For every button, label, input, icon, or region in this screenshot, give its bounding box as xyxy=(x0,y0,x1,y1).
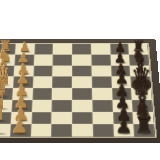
piece-glyph: ♞ xyxy=(0,49,12,64)
piece-shadow xyxy=(115,51,127,54)
piece-shadow xyxy=(134,51,146,54)
piece-shadow xyxy=(137,95,150,98)
piece-glyph: ♝ xyxy=(0,90,11,110)
white-pawn: ♟ xyxy=(13,77,33,88)
piece-glyph: ♟ xyxy=(13,106,29,122)
piece-glyph: ♟ xyxy=(115,118,132,135)
white-pawn: ♟ xyxy=(10,112,31,124)
white-pawn: ♟ xyxy=(14,54,34,65)
piece-glyph: ♝ xyxy=(133,90,153,110)
black-pawn: ♟ xyxy=(111,77,131,88)
white-knight: ♞ xyxy=(0,112,11,124)
piece-shadow xyxy=(136,84,149,87)
black-knight: ♞ xyxy=(133,112,154,124)
piece-shadow xyxy=(118,120,131,123)
piece-glyph: ♟ xyxy=(114,41,125,52)
piece-glyph: ♟ xyxy=(115,95,130,110)
black-pawn: ♟ xyxy=(111,65,131,76)
black-bishop: ♝ xyxy=(130,65,150,76)
piece-glyph: ♞ xyxy=(133,102,153,122)
piece-shadow xyxy=(135,61,148,64)
piece-shadow xyxy=(18,84,31,87)
piece-glyph: ♞ xyxy=(132,49,147,64)
black-pawn: ♟ xyxy=(112,112,133,124)
piece-glyph: ♛ xyxy=(0,66,13,87)
piece-shadow xyxy=(0,95,10,98)
white-rook: ♜ xyxy=(0,124,10,137)
white-bishop: ♝ xyxy=(0,100,12,112)
piece-glyph: ♟ xyxy=(14,95,29,110)
black-pawn: ♟ xyxy=(112,100,133,112)
black-knight: ♞ xyxy=(129,54,149,65)
piece-shadow xyxy=(138,107,151,110)
piece-glyph: ♚ xyxy=(0,74,14,98)
white-pawn: ♟ xyxy=(11,100,32,112)
black-pawn: ♟ xyxy=(113,124,134,137)
black-rook: ♜ xyxy=(134,124,156,137)
piece-shadow xyxy=(135,72,148,75)
piece-glyph: ♟ xyxy=(19,41,30,52)
piece-shadow xyxy=(119,132,132,135)
piece-shadow xyxy=(118,107,131,110)
piece-glyph: ♜ xyxy=(0,115,10,135)
black-bishop: ♝ xyxy=(132,100,153,112)
piece-glyph: ♚ xyxy=(130,74,154,98)
black-king: ♚ xyxy=(131,88,152,100)
piece-glyph: ♟ xyxy=(114,72,128,86)
piece-glyph: ♟ xyxy=(16,72,30,86)
piece-shadow xyxy=(139,132,152,135)
piece-glyph: ♜ xyxy=(0,39,12,53)
white-pawn: ♟ xyxy=(13,65,33,76)
white-pawn: ♟ xyxy=(10,124,31,137)
piece-shadow xyxy=(19,72,32,75)
piece-shadow xyxy=(115,61,127,64)
piece-glyph: ♟ xyxy=(114,62,127,75)
piece-shadow xyxy=(139,120,152,123)
white-pawn: ♟ xyxy=(12,88,32,100)
white-bishop: ♝ xyxy=(0,65,14,76)
piece-glyph: ♟ xyxy=(18,52,30,64)
black-queen: ♛ xyxy=(131,77,151,88)
piece-shadow xyxy=(0,72,12,75)
piece-shadow xyxy=(1,51,13,54)
black-pawn: ♟ xyxy=(112,88,132,100)
piece-layer: ♜♟♟♜♞♟♟♞♝♟♟♝♛♟♟♛♚♟♟♚♝♟♟♝♞♟♟♞♜♟♟♜ xyxy=(0,44,155,137)
piece-shadow xyxy=(0,61,12,64)
piece-glyph: ♟ xyxy=(114,52,126,64)
piece-glyph: ♟ xyxy=(12,118,29,135)
chess-board: ♜♟♟♜♞♟♟♞♝♟♟♝♛♟♟♛♚♟♟♚♝♟♟♝♞♟♟♞♜♟♟♜ xyxy=(0,39,160,143)
piece-shadow xyxy=(17,95,30,98)
white-king: ♚ xyxy=(0,88,13,100)
piece-shadow xyxy=(17,107,30,110)
piece-shadow xyxy=(0,132,8,135)
piece-glyph: ♟ xyxy=(15,83,29,98)
piece-shadow xyxy=(0,107,10,110)
white-queen: ♛ xyxy=(0,77,13,88)
piece-glyph: ♟ xyxy=(17,62,30,75)
piece-glyph: ♛ xyxy=(131,66,151,87)
black-pawn: ♟ xyxy=(110,44,129,55)
piece-shadow xyxy=(0,120,9,123)
piece-shadow xyxy=(116,84,129,87)
piece-glyph: ♟ xyxy=(115,83,129,98)
black-pawn: ♟ xyxy=(110,54,130,65)
piece-glyph: ♜ xyxy=(134,115,154,135)
white-rook: ♜ xyxy=(0,44,16,55)
white-pawn: ♟ xyxy=(15,44,34,55)
piece-shadow xyxy=(16,120,29,123)
piece-glyph: ♝ xyxy=(132,58,149,75)
white-knight: ♞ xyxy=(0,54,15,65)
piece-shadow xyxy=(116,72,129,75)
piece-shadow xyxy=(0,84,11,87)
piece-glyph: ♞ xyxy=(0,102,10,122)
piece-shadow xyxy=(117,95,130,98)
piece-glyph: ♝ xyxy=(0,58,12,75)
piece-glyph: ♟ xyxy=(115,106,131,122)
piece-shadow xyxy=(20,51,32,54)
piece-shadow xyxy=(15,132,28,135)
piece-shadow xyxy=(19,61,31,64)
product-photo-scene: ♜♟♟♜♞♟♟♞♝♟♟♝♛♟♟♛♚♟♟♚♝♟♟♝♞♟♟♞♜♟♟♜ xyxy=(0,0,160,160)
playing-area: ♜♟♟♜♞♟♟♞♝♟♟♝♛♟♟♛♚♟♟♚♝♟♟♝♞♟♟♞♜♟♟♜ xyxy=(0,44,155,137)
black-rook: ♜ xyxy=(128,44,148,55)
piece-glyph: ♜ xyxy=(132,39,145,53)
